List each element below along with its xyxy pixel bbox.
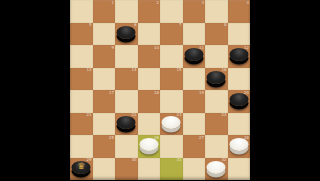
- square-light-r0c4: [160, 0, 183, 23]
- black-man-square-22[interactable]: [117, 116, 136, 129]
- square-number-label: 14: [131, 68, 136, 72]
- square-number-label: 4: [246, 1, 249, 5]
- square-9[interactable]: 9: [93, 45, 116, 68]
- black-man-square-6[interactable]: [117, 26, 136, 39]
- square-27[interactable]: 27: [183, 135, 206, 158]
- square-light-r1c7: [228, 23, 251, 46]
- letterboxed-stage: 1234567891011121314151617181920212223242…: [0, 0, 320, 180]
- white-man-square-32[interactable]: [207, 161, 226, 174]
- square-32[interactable]: 32: [205, 158, 228, 181]
- square-5[interactable]: 5: [70, 23, 93, 46]
- square-4[interactable]: 4: [228, 0, 251, 23]
- king-crown-icon: ♛: [77, 162, 85, 171]
- square-light-r2c0: [70, 45, 93, 68]
- square-light-r6c4: [160, 135, 183, 158]
- square-26[interactable]: 26: [138, 135, 161, 158]
- square-number-label: 9: [111, 46, 114, 50]
- black-man-square-20[interactable]: [229, 93, 248, 106]
- square-number-label: 19: [199, 91, 204, 95]
- square-10[interactable]: 10: [138, 45, 161, 68]
- square-light-r4c4: [160, 90, 183, 113]
- square-light-r0c6: [205, 0, 228, 23]
- square-light-r4c2: [115, 90, 138, 113]
- square-light-r6c2: [115, 135, 138, 158]
- square-light-r4c6: [205, 90, 228, 113]
- square-number-label: 25: [109, 136, 114, 140]
- square-number-label: 1: [111, 1, 114, 5]
- square-22[interactable]: 22: [115, 113, 138, 136]
- square-12[interactable]: 12: [228, 45, 251, 68]
- square-light-r5c1: [93, 113, 116, 136]
- square-number-label: 13: [86, 68, 91, 72]
- square-28[interactable]: 28: [228, 135, 251, 158]
- square-29[interactable]: 29♛: [70, 158, 93, 181]
- square-number-label: 30: [131, 158, 136, 162]
- black-man-square-11[interactable]: [184, 48, 203, 61]
- white-man-square-23[interactable]: [162, 116, 181, 129]
- square-25[interactable]: 25: [93, 135, 116, 158]
- square-number-label: 5: [89, 23, 92, 27]
- square-15[interactable]: 15: [160, 68, 183, 91]
- square-light-r0c0: [70, 0, 93, 23]
- square-light-r5c5: [183, 113, 206, 136]
- square-24[interactable]: 24: [205, 113, 228, 136]
- white-man-square-28[interactable]: [229, 138, 248, 151]
- square-light-r7c1: [93, 158, 116, 181]
- square-number-label: 6: [134, 23, 137, 27]
- square-3[interactable]: 3: [183, 0, 206, 23]
- square-number-label: 27: [199, 136, 204, 140]
- square-light-r2c2: [115, 45, 138, 68]
- square-number-label: 2: [156, 1, 159, 5]
- black-man-square-12[interactable]: [229, 48, 248, 61]
- square-number-label: 3: [201, 1, 204, 5]
- square-6[interactable]: 6: [115, 23, 138, 46]
- square-14[interactable]: 14: [115, 68, 138, 91]
- square-number-label: 10: [154, 46, 159, 50]
- square-light-r1c1: [93, 23, 116, 46]
- square-number-label: 8: [224, 23, 227, 27]
- square-31[interactable]: 31: [160, 158, 183, 181]
- square-light-r7c5: [183, 158, 206, 181]
- square-light-r6c6: [205, 135, 228, 158]
- square-19[interactable]: 19: [183, 90, 206, 113]
- square-light-r1c3: [138, 23, 161, 46]
- square-light-r7c3: [138, 158, 161, 181]
- square-number-label: 17: [109, 91, 114, 95]
- square-7[interactable]: 7: [160, 23, 183, 46]
- square-light-r3c1: [93, 68, 116, 91]
- square-light-r3c3: [138, 68, 161, 91]
- square-light-r5c3: [138, 113, 161, 136]
- square-17[interactable]: 17: [93, 90, 116, 113]
- checkers-board[interactable]: 1234567891011121314151617181920212223242…: [70, 0, 250, 180]
- square-number-label: 24: [221, 113, 226, 117]
- square-16[interactable]: 16: [205, 68, 228, 91]
- square-1[interactable]: 1: [93, 0, 116, 23]
- square-21[interactable]: 21: [70, 113, 93, 136]
- square-number-label: 31: [176, 158, 181, 162]
- square-light-r5c7: [228, 113, 251, 136]
- square-light-r1c5: [183, 23, 206, 46]
- square-18[interactable]: 18: [138, 90, 161, 113]
- square-8[interactable]: 8: [205, 23, 228, 46]
- letterbox-right: [250, 0, 320, 180]
- square-light-r6c0: [70, 135, 93, 158]
- square-light-r4c0: [70, 90, 93, 113]
- square-2[interactable]: 2: [138, 0, 161, 23]
- square-23[interactable]: 23: [160, 113, 183, 136]
- square-13[interactable]: 13: [70, 68, 93, 91]
- letterbox-left: [0, 0, 70, 180]
- square-light-r0c2: [115, 0, 138, 23]
- square-light-r2c6: [205, 45, 228, 68]
- white-man-square-26[interactable]: [139, 138, 158, 151]
- square-light-r2c4: [160, 45, 183, 68]
- square-20[interactable]: 20: [228, 90, 251, 113]
- square-light-r7c7: [228, 158, 251, 181]
- black-man-square-16[interactable]: [207, 71, 226, 84]
- square-number-label: 15: [176, 68, 181, 72]
- square-11[interactable]: 11: [183, 45, 206, 68]
- black-king-square-29[interactable]: ♛: [72, 161, 91, 174]
- square-number-label: 21: [86, 113, 91, 117]
- square-number-label: 18: [154, 91, 159, 95]
- square-number-label: 7: [179, 23, 182, 27]
- square-light-r3c5: [183, 68, 206, 91]
- square-light-r3c7: [228, 68, 251, 91]
- square-30[interactable]: 30: [115, 158, 138, 181]
